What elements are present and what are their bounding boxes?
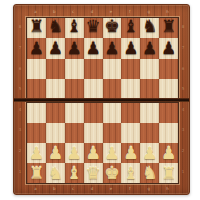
coordinate-label: d	[83, 9, 102, 15]
piece-bp-h7: ♟	[161, 40, 176, 57]
piece-wp-d2: ♟	[85, 145, 100, 162]
square-g6	[140, 59, 159, 79]
piece-wp-g2: ♟	[142, 145, 157, 162]
square-c1: ♝	[65, 163, 84, 183]
piece-wp-a2: ♟	[29, 145, 44, 162]
square-c6	[65, 59, 84, 79]
square-g5	[140, 79, 159, 99]
square-b3	[46, 123, 65, 143]
square-e6	[103, 59, 122, 79]
board-hinge-seam	[14, 98, 189, 102]
square-b8: ♞	[46, 18, 65, 38]
coordinate-label: d	[83, 186, 102, 192]
square-g3	[140, 123, 159, 143]
coordinate-label: 7	[179, 38, 187, 59]
file-labels-top: abcdefgh	[26, 9, 177, 15]
square-e2: ♟	[103, 143, 122, 163]
square-f6	[121, 59, 140, 79]
square-d1: ♛	[84, 163, 103, 183]
square-h4	[159, 103, 178, 123]
square-h1: ♜	[159, 163, 178, 183]
square-e5	[103, 79, 122, 99]
square-a6	[27, 59, 46, 79]
square-f8: ♝	[121, 18, 140, 38]
piece-bk-e8: ♚	[104, 18, 119, 35]
square-a4	[27, 103, 46, 123]
piece-bp-f7: ♟	[123, 40, 138, 57]
product-photo-background: abcdefgh ♜♞♝♛♚♝♞♜♟♟♟♟♟♟♟♟ ♟♟♟♟♟♟♟♟♜♞♝♛♚♝…	[0, 0, 200, 200]
coordinate-label: b	[45, 9, 64, 15]
file-labels-bottom: abcdefgh	[26, 186, 177, 192]
square-b6	[46, 59, 65, 79]
piece-wk-e1: ♚	[104, 165, 119, 182]
coordinate-label: f	[120, 9, 139, 15]
coordinate-label: e	[102, 9, 121, 15]
piece-bp-d7: ♟	[85, 40, 100, 57]
chess-board: abcdefgh ♜♞♝♛♚♝♞♜♟♟♟♟♟♟♟♟ ♟♟♟♟♟♟♟♟♜♞♝♛♚♝…	[13, 4, 190, 195]
coordinate-label: 5	[16, 79, 24, 100]
square-a5	[27, 79, 46, 99]
piece-bb-f8: ♝	[123, 18, 138, 35]
piece-bp-b7: ♟	[48, 40, 63, 57]
square-d7: ♟	[84, 38, 103, 58]
coordinate-label: 2	[179, 141, 187, 162]
square-c5	[65, 79, 84, 99]
piece-bn-g8: ♞	[142, 18, 157, 35]
square-f3	[121, 123, 140, 143]
piece-bn-b8: ♞	[48, 18, 63, 35]
square-h5	[159, 79, 178, 99]
square-b1: ♞	[46, 163, 65, 183]
piece-wp-b2: ♟	[48, 145, 63, 162]
square-a8: ♜	[27, 18, 46, 38]
piece-wn-b1: ♞	[48, 165, 63, 182]
piece-wp-e2: ♟	[104, 145, 119, 162]
piece-wp-h2: ♟	[161, 145, 176, 162]
square-c7: ♟	[65, 38, 84, 58]
coordinate-label: 1	[179, 161, 187, 182]
square-c8: ♝	[65, 18, 84, 38]
piece-bp-a7: ♟	[29, 40, 44, 57]
piece-bp-g7: ♟	[142, 40, 157, 57]
square-g2: ♟	[140, 143, 159, 163]
coordinate-label: 6	[179, 58, 187, 79]
coordinate-label: e	[102, 186, 121, 192]
square-a1: ♜	[27, 163, 46, 183]
square-h3	[159, 123, 178, 143]
coordinate-label: 7	[16, 38, 24, 59]
square-e7: ♟	[103, 38, 122, 58]
square-e3	[103, 123, 122, 143]
square-f1: ♝	[121, 163, 140, 183]
square-h2: ♟	[159, 143, 178, 163]
square-h8: ♜	[159, 18, 178, 38]
board-field-lower-half: ♟♟♟♟♟♟♟♟♜♞♝♛♚♝♞♜	[26, 102, 179, 184]
coordinate-label: h	[158, 186, 177, 192]
piece-bp-c7: ♟	[67, 40, 82, 57]
piece-bq-d8: ♛	[85, 18, 100, 35]
piece-wb-c1: ♝	[67, 165, 82, 182]
square-b7: ♟	[46, 38, 65, 58]
piece-wr-h1: ♜	[161, 165, 176, 182]
coordinate-label: a	[26, 186, 45, 192]
coordinate-label: h	[158, 9, 177, 15]
board-field-upper-half: ♜♞♝♛♚♝♞♜♟♟♟♟♟♟♟♟	[26, 17, 179, 100]
piece-wp-c2: ♟	[67, 145, 82, 162]
square-e4	[103, 103, 122, 123]
square-e1: ♚	[103, 163, 122, 183]
coordinate-label: g	[139, 186, 158, 192]
square-d3	[84, 123, 103, 143]
square-e8: ♚	[103, 18, 122, 38]
square-g1: ♞	[140, 163, 159, 183]
square-d5	[84, 79, 103, 99]
coordinate-label: b	[45, 186, 64, 192]
square-a7: ♟	[27, 38, 46, 58]
square-a3	[27, 123, 46, 143]
square-d2: ♟	[84, 143, 103, 163]
piece-wr-a1: ♜	[29, 165, 44, 182]
square-f4	[121, 103, 140, 123]
piece-wp-f2: ♟	[123, 145, 138, 162]
coordinate-label: 8	[179, 17, 187, 38]
square-d8: ♛	[84, 18, 103, 38]
coordinate-label: g	[139, 9, 158, 15]
piece-bp-e7: ♟	[104, 40, 119, 57]
piece-br-a8: ♜	[29, 18, 44, 35]
square-f5	[121, 79, 140, 99]
coordinate-label: 1	[16, 161, 24, 182]
coordinate-label: c	[64, 9, 83, 15]
square-f7: ♟	[121, 38, 140, 58]
piece-br-h8: ♜	[161, 18, 176, 35]
square-b2: ♟	[46, 143, 65, 163]
piece-wb-f1: ♝	[123, 165, 138, 182]
coordinate-label: 4	[179, 100, 187, 121]
square-c3	[65, 123, 84, 143]
coordinate-label: 3	[16, 120, 24, 141]
square-g8: ♞	[140, 18, 159, 38]
square-c4	[65, 103, 84, 123]
coordinate-label: 6	[16, 58, 24, 79]
piece-bb-c8: ♝	[67, 18, 82, 35]
coordinate-label: c	[64, 186, 83, 192]
coordinate-label: f	[120, 186, 139, 192]
coordinate-label: a	[26, 9, 45, 15]
square-b5	[46, 79, 65, 99]
square-h6	[159, 59, 178, 79]
coordinate-label: 2	[16, 141, 24, 162]
square-a2: ♟	[27, 143, 46, 163]
coordinate-label: 5	[179, 79, 187, 100]
square-d4	[84, 103, 103, 123]
piece-wn-g1: ♞	[142, 165, 157, 182]
square-h7: ♟	[159, 38, 178, 58]
square-c2: ♟	[65, 143, 84, 163]
piece-wq-d1: ♛	[85, 165, 100, 182]
coordinate-label: 4	[16, 100, 24, 121]
square-g4	[140, 103, 159, 123]
square-d6	[84, 59, 103, 79]
coordinate-label: 8	[16, 17, 24, 38]
coordinate-label: 3	[179, 120, 187, 141]
square-g7: ♟	[140, 38, 159, 58]
square-f2: ♟	[121, 143, 140, 163]
square-b4	[46, 103, 65, 123]
